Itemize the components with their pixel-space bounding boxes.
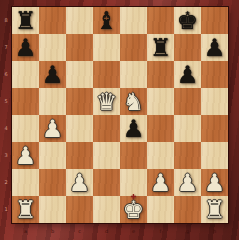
square-b1[interactable] xyxy=(39,196,66,223)
file-label-f: f xyxy=(147,227,174,235)
piece-black-pawn[interactable]: ♟ xyxy=(39,61,66,88)
piece-black-pawn[interactable]: ♟ xyxy=(174,61,201,88)
square-g3[interactable] xyxy=(174,142,201,169)
square-g7[interactable] xyxy=(174,34,201,61)
square-g4[interactable] xyxy=(174,115,201,142)
square-e5[interactable]: ♞ xyxy=(120,88,147,115)
square-d1[interactable] xyxy=(93,196,120,223)
rank-label-7: 7 xyxy=(0,34,12,61)
board-frame: ♜♝♚♟♜♟♟♟♛♞♟♟♟♟♟♟♟♜♚✚♜ 87654321 abcdefgh xyxy=(0,0,239,240)
square-a8[interactable]: ♜ xyxy=(12,7,39,34)
piece-black-pawn[interactable]: ♟ xyxy=(12,34,39,61)
square-d2[interactable] xyxy=(93,169,120,196)
square-h8[interactable] xyxy=(201,7,228,34)
square-f3[interactable] xyxy=(147,142,174,169)
square-g5[interactable] xyxy=(174,88,201,115)
rank-label-1: 1 xyxy=(0,196,12,223)
piece-white-knight[interactable]: ♞ xyxy=(120,88,147,115)
king-cross-accent: ✚ xyxy=(131,194,137,201)
square-f2[interactable]: ♟ xyxy=(147,169,174,196)
square-b7[interactable] xyxy=(39,34,66,61)
piece-black-pawn[interactable]: ♟ xyxy=(120,115,147,142)
square-d3[interactable] xyxy=(93,142,120,169)
square-a5[interactable] xyxy=(12,88,39,115)
square-g2[interactable]: ♟ xyxy=(174,169,201,196)
piece-white-queen[interactable]: ♛ xyxy=(93,88,120,115)
square-c2[interactable]: ♟ xyxy=(66,169,93,196)
rank-label-4: 4 xyxy=(0,115,12,142)
piece-white-rook[interactable]: ♜ xyxy=(12,196,39,223)
square-c1[interactable] xyxy=(66,196,93,223)
piece-black-pawn[interactable]: ♟ xyxy=(201,34,228,61)
square-b6[interactable]: ♟ xyxy=(39,61,66,88)
square-f8[interactable] xyxy=(147,7,174,34)
piece-black-bishop[interactable]: ♝ xyxy=(93,7,120,34)
piece-white-pawn[interactable]: ♟ xyxy=(201,169,228,196)
square-e1[interactable]: ♚✚ xyxy=(120,196,147,223)
square-f5[interactable] xyxy=(147,88,174,115)
piece-white-pawn[interactable]: ♟ xyxy=(147,169,174,196)
square-h1[interactable]: ♜ xyxy=(201,196,228,223)
file-labels: abcdefgh xyxy=(12,227,228,235)
square-e8[interactable] xyxy=(120,7,147,34)
square-d6[interactable] xyxy=(93,61,120,88)
square-g6[interactable]: ♟ xyxy=(174,61,201,88)
piece-black-king[interactable]: ♚ xyxy=(174,7,201,34)
square-c3[interactable] xyxy=(66,142,93,169)
square-a2[interactable] xyxy=(12,169,39,196)
square-d4[interactable] xyxy=(93,115,120,142)
square-g1[interactable] xyxy=(174,196,201,223)
square-e2[interactable] xyxy=(120,169,147,196)
rank-label-2: 2 xyxy=(0,169,12,196)
square-f7[interactable]: ♜ xyxy=(147,34,174,61)
rank-label-3: 3 xyxy=(0,142,12,169)
square-a1[interactable]: ♜ xyxy=(12,196,39,223)
square-d7[interactable] xyxy=(93,34,120,61)
square-h6[interactable] xyxy=(201,61,228,88)
file-label-d: d xyxy=(93,227,120,235)
piece-black-rook[interactable]: ♜ xyxy=(12,7,39,34)
file-label-g: g xyxy=(174,227,201,235)
square-c5[interactable] xyxy=(66,88,93,115)
square-h2[interactable]: ♟ xyxy=(201,169,228,196)
square-h3[interactable] xyxy=(201,142,228,169)
piece-white-pawn[interactable]: ♟ xyxy=(66,169,93,196)
rank-label-5: 5 xyxy=(0,88,12,115)
square-c7[interactable] xyxy=(66,34,93,61)
square-b8[interactable] xyxy=(39,7,66,34)
square-b4[interactable]: ♟ xyxy=(39,115,66,142)
rank-label-8: 8 xyxy=(0,7,12,34)
square-d5[interactable]: ♛ xyxy=(93,88,120,115)
square-c4[interactable] xyxy=(66,115,93,142)
square-c6[interactable] xyxy=(66,61,93,88)
square-b2[interactable] xyxy=(39,169,66,196)
square-a7[interactable]: ♟ xyxy=(12,34,39,61)
square-g8[interactable]: ♚ xyxy=(174,7,201,34)
square-h5[interactable] xyxy=(201,88,228,115)
rank-labels: 87654321 xyxy=(0,7,12,223)
square-e4[interactable]: ♟ xyxy=(120,115,147,142)
rank-label-6: 6 xyxy=(0,61,12,88)
file-label-b: b xyxy=(39,227,66,235)
piece-white-rook[interactable]: ♜ xyxy=(201,196,228,223)
square-h7[interactable]: ♟ xyxy=(201,34,228,61)
chess-board: ♜♝♚♟♜♟♟♟♛♞♟♟♟♟♟♟♟♜♚✚♜ xyxy=(12,7,228,223)
square-e3[interactable] xyxy=(120,142,147,169)
square-f4[interactable] xyxy=(147,115,174,142)
square-d8[interactable]: ♝ xyxy=(93,7,120,34)
square-a6[interactable] xyxy=(12,61,39,88)
piece-white-pawn[interactable]: ♟ xyxy=(174,169,201,196)
square-f6[interactable] xyxy=(147,61,174,88)
square-c8[interactable] xyxy=(66,7,93,34)
piece-black-rook[interactable]: ♜ xyxy=(147,34,174,61)
piece-white-king[interactable]: ♚✚ xyxy=(120,196,147,223)
square-a3[interactable]: ♟ xyxy=(12,142,39,169)
square-e7[interactable] xyxy=(120,34,147,61)
square-e6[interactable] xyxy=(120,61,147,88)
piece-white-pawn[interactable]: ♟ xyxy=(12,142,39,169)
square-b3[interactable] xyxy=(39,142,66,169)
piece-white-pawn[interactable]: ♟ xyxy=(39,115,66,142)
square-a4[interactable] xyxy=(12,115,39,142)
file-label-e: e xyxy=(120,227,147,235)
file-label-c: c xyxy=(66,227,93,235)
file-label-a: a xyxy=(12,227,39,235)
square-h4[interactable] xyxy=(201,115,228,142)
file-label-h: h xyxy=(201,227,228,235)
square-b5[interactable] xyxy=(39,88,66,115)
square-f1[interactable] xyxy=(147,196,174,223)
